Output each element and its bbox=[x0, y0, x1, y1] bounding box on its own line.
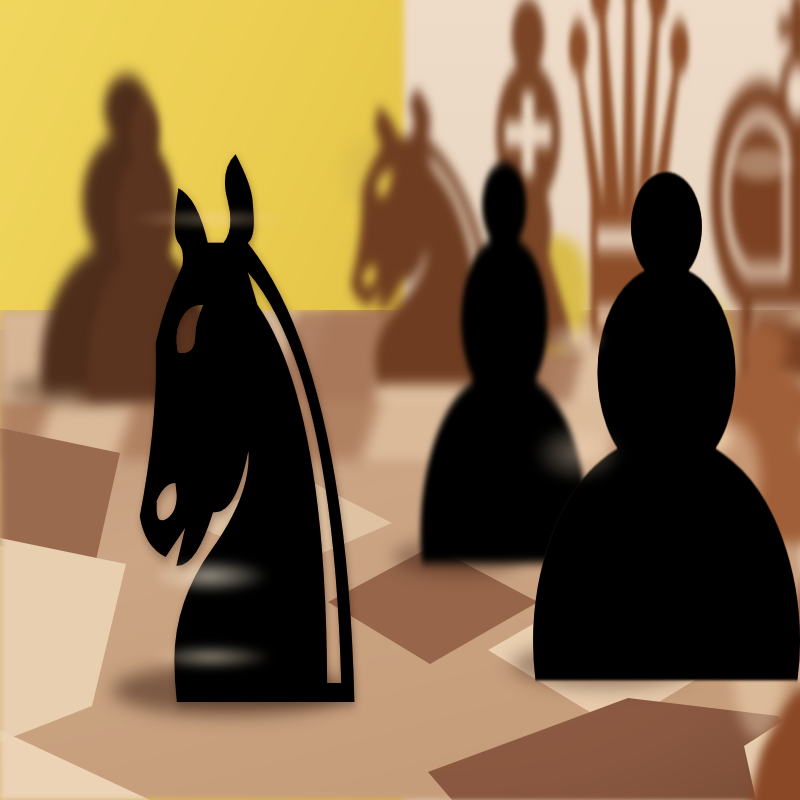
focus-pawn-right: ♟ bbox=[467, 91, 800, 787]
foreground-knight: ♞ bbox=[79, 68, 415, 800]
knight-base-ring-highlight bbox=[148, 644, 273, 670]
knight-base-highlight bbox=[148, 558, 270, 594]
knight-muzzle-highlight bbox=[128, 208, 298, 230]
pawn-body-highlight bbox=[532, 422, 624, 484]
pawn-ball-highlight bbox=[543, 318, 607, 360]
chess-set-photo: ♟ ♟ ♞ ♝ ♛ ♚ ♟ ♟ ♟ ♟ ♞ bbox=[0, 0, 800, 800]
